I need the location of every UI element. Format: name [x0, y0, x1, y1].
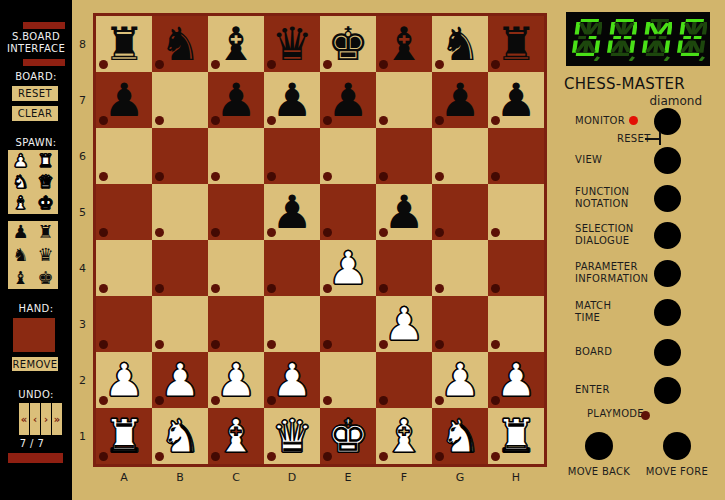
square-f6[interactable] [376, 128, 432, 184]
square-g3[interactable] [432, 296, 488, 352]
square-h6[interactable] [488, 128, 544, 184]
move-back-button[interactable] [585, 432, 613, 460]
segment-char-A [605, 17, 637, 61]
rank-label-2: 2 [73, 352, 92, 408]
square-a2[interactable]: ♟ [96, 352, 152, 408]
square-d7[interactable]: ♟ [264, 72, 320, 128]
sidebar-title-line2: INTERFACE [0, 43, 72, 54]
monitor-led [629, 116, 638, 125]
file-label-c: C [208, 471, 264, 484]
square-c6[interactable] [208, 128, 264, 184]
square-f7[interactable] [376, 72, 432, 128]
square-sensor-dot [267, 284, 276, 293]
square-sensor-dot [211, 116, 220, 125]
square-sensor-dot [99, 116, 108, 125]
file-label-g: G [432, 471, 488, 484]
monitor-button[interactable] [654, 108, 681, 135]
spawn-white-knight[interactable]: ♞ [8, 171, 33, 192]
square-sensor-dot [491, 172, 500, 181]
undo-section-label: UNDO: [0, 389, 72, 400]
hand-section-label: HAND: [0, 303, 72, 314]
spawn-white-rook[interactable]: ♜ [33, 150, 58, 171]
chess-board: ♜♞♝♛♚♝♞♜♟♟♟♟♟♟♟♟♟♟♟♟♟♟♟♟♜♞♝♛♚♝♞♜ [93, 13, 547, 467]
square-b4[interactable] [152, 240, 208, 296]
square-sensor-dot [99, 452, 108, 461]
square-sensor-dot [323, 228, 332, 237]
board-clear-button[interactable]: CLEAR [12, 106, 58, 121]
square-h8[interactable]: ♜ [488, 16, 544, 72]
square-d3[interactable] [264, 296, 320, 352]
square-sensor-dot [491, 284, 500, 293]
square-sensor-dot [267, 452, 276, 461]
rank-label-8: 8 [73, 16, 92, 72]
square-g8[interactable]: ♞ [432, 16, 488, 72]
spawn-white-king[interactable]: ♚ [33, 193, 58, 214]
panel-row-function: FUNCTIONNOTATION [575, 184, 705, 212]
square-f3[interactable]: ♟ [376, 296, 432, 352]
file-labels: ABCDEFGH [96, 471, 544, 484]
spawn-section-label: SPAWN: [0, 137, 72, 148]
redo-forward-button[interactable]: › [41, 403, 51, 435]
square-f4[interactable] [376, 240, 432, 296]
square-g6[interactable] [432, 128, 488, 184]
square-sensor-dot [99, 60, 108, 69]
square-h5[interactable] [488, 184, 544, 240]
square-b2[interactable]: ♟ [152, 352, 208, 408]
square-sensor-dot [435, 396, 444, 405]
square-sensor-dot [491, 60, 500, 69]
reset-pointer-line [645, 138, 659, 140]
square-sensor-dot [267, 340, 276, 349]
parameter-information-button[interactable] [654, 260, 681, 287]
board-section-label: BOARD: [0, 71, 72, 82]
sidebar-title-line1: S.BOARD [0, 31, 72, 42]
file-label-e: E [320, 471, 376, 484]
sensor-board-sidebar: S.BOARD INTERFACE BOARD: RESET CLEAR SPA… [0, 0, 72, 500]
square-sensor-dot [323, 284, 332, 293]
square-b6[interactable] [152, 128, 208, 184]
playmode-led [641, 411, 650, 420]
square-e3[interactable] [320, 296, 376, 352]
move-back-label: MOVE BACK [567, 466, 631, 477]
square-e5[interactable] [320, 184, 376, 240]
square-sensor-dot [267, 172, 276, 181]
square-e7[interactable]: ♟ [320, 72, 376, 128]
square-f5[interactable]: ♟ [376, 184, 432, 240]
square-f8[interactable]: ♝ [376, 16, 432, 72]
square-sensor-dot [379, 340, 388, 349]
square-sensor-dot [491, 340, 500, 349]
square-d2[interactable]: ♟ [264, 352, 320, 408]
square-b3[interactable] [152, 296, 208, 352]
square-g7[interactable]: ♟ [432, 72, 488, 128]
square-c8[interactable]: ♝ [208, 16, 264, 72]
square-e4[interactable]: ♟ [320, 240, 376, 296]
segment-char-G [570, 17, 602, 61]
square-sensor-dot [211, 452, 220, 461]
board-reset-button[interactable]: RESET [12, 86, 58, 101]
spawn-black-knight[interactable]: ♞ [8, 244, 33, 267]
led-segment-display [566, 12, 710, 66]
square-sensor-dot [379, 452, 388, 461]
square-sensor-dot [379, 284, 388, 293]
square-e6[interactable] [320, 128, 376, 184]
redo-last-button[interactable]: » [52, 403, 62, 435]
square-sensor-dot [267, 396, 276, 405]
move-fore-button[interactable] [663, 432, 691, 460]
chess-computer-ui: S.BOARD INTERFACE BOARD: RESET CLEAR SPA… [0, 0, 725, 500]
segment-char-E [675, 17, 707, 61]
spawn-black-king[interactable]: ♚ [33, 266, 58, 289]
square-g2[interactable]: ♟ [432, 352, 488, 408]
square-a1[interactable]: ♜ [96, 408, 152, 464]
function-notation-button[interactable] [654, 185, 681, 212]
panel-row-match: MATCHTIME [575, 298, 705, 326]
square-h4[interactable] [488, 240, 544, 296]
square-d5[interactable]: ♟ [264, 184, 320, 240]
panel-row-parameter: PARAMETERINFORMATION [575, 259, 705, 287]
square-sensor-dot [99, 172, 108, 181]
undo-first-button[interactable]: « [19, 403, 29, 435]
panel-row-view: VIEW [575, 146, 705, 174]
reset-pointer-tick [659, 132, 661, 145]
square-sensor-dot [435, 228, 444, 237]
square-sensor-dot [155, 284, 164, 293]
square-a6[interactable] [96, 128, 152, 184]
panel-row-board: BOARD [575, 338, 705, 366]
square-f1[interactable]: ♝ [376, 408, 432, 464]
square-d1[interactable]: ♛ [264, 408, 320, 464]
square-b1[interactable]: ♞ [152, 408, 208, 464]
square-g4[interactable] [432, 240, 488, 296]
spawn-panel-white: ♟♜♞♛♝♚ [8, 150, 58, 214]
square-sensor-dot [155, 60, 164, 69]
sidebar-divider-2 [23, 59, 65, 66]
spawn-black-queen[interactable]: ♛ [33, 244, 58, 267]
file-label-d: D [264, 471, 320, 484]
square-sensor-dot [323, 396, 332, 405]
square-sensor-dot [211, 284, 220, 293]
rank-labels: 87654321 [73, 16, 92, 464]
square-sensor-dot [379, 60, 388, 69]
view-button[interactable] [654, 147, 681, 174]
square-h1[interactable]: ♜ [488, 408, 544, 464]
square-d8[interactable]: ♛ [264, 16, 320, 72]
move-fore-label: MOVE FORE [645, 466, 709, 477]
playmode-label: PLAYMODE [587, 408, 644, 419]
square-a4[interactable] [96, 240, 152, 296]
square-sensor-dot [491, 116, 500, 125]
square-sensor-dot [379, 172, 388, 181]
rank-label-6: 6 [73, 128, 92, 184]
segment-char-M [640, 17, 672, 61]
square-sensor-dot [435, 172, 444, 181]
square-d6[interactable] [264, 128, 320, 184]
panel-label-selection: SELECTIONDIALOGUE [575, 221, 634, 249]
panel-label-function: FUNCTIONNOTATION [575, 184, 629, 212]
square-sensor-dot [155, 228, 164, 237]
square-sensor-dot [99, 340, 108, 349]
square-e8[interactable]: ♚ [320, 16, 376, 72]
spawn-black-rook[interactable]: ♜ [33, 221, 58, 244]
file-label-b: B [152, 471, 208, 484]
square-sensor-dot [211, 396, 220, 405]
square-b5[interactable] [152, 184, 208, 240]
square-sensor-dot [435, 284, 444, 293]
square-sensor-dot [99, 396, 108, 405]
square-sensor-dot [267, 116, 276, 125]
square-sensor-dot [267, 60, 276, 69]
square-h2[interactable]: ♟ [488, 352, 544, 408]
square-sensor-dot [155, 172, 164, 181]
square-c2[interactable]: ♟ [208, 352, 264, 408]
rank-label-4: 4 [73, 240, 92, 296]
rank-label-1: 1 [73, 408, 92, 464]
brand-label: CHESS-MASTER [564, 75, 685, 93]
spawn-black-bishop[interactable]: ♝ [8, 266, 33, 289]
square-b8[interactable]: ♞ [152, 16, 208, 72]
square-sensor-dot [491, 228, 500, 237]
enter-button[interactable] [654, 377, 681, 404]
square-sensor-dot [99, 284, 108, 293]
square-h3[interactable] [488, 296, 544, 352]
undo-counter: 7 / 7 [0, 438, 64, 449]
square-sensor-dot [211, 340, 220, 349]
square-sensor-dot [211, 172, 220, 181]
square-sensor-dot [379, 396, 388, 405]
square-sensor-dot [323, 116, 332, 125]
panel-label-parameter: PARAMETERINFORMATION [575, 259, 648, 287]
spawn-white-queen[interactable]: ♛ [33, 171, 58, 192]
panel-label-view: VIEW [575, 146, 602, 174]
file-label-f: F [376, 471, 432, 484]
square-sensor-dot [323, 60, 332, 69]
square-sensor-dot [155, 452, 164, 461]
square-sensor-dot [99, 228, 108, 237]
square-sensor-dot [211, 60, 220, 69]
match-time-button[interactable] [654, 299, 681, 326]
spawn-white-pawn[interactable]: ♟ [8, 150, 33, 171]
sidebar-divider-bottom [8, 453, 63, 463]
square-c5[interactable] [208, 184, 264, 240]
square-sensor-dot [491, 396, 500, 405]
rank-label-5: 5 [73, 184, 92, 240]
square-sensor-dot [155, 340, 164, 349]
square-sensor-dot [267, 228, 276, 237]
spawn-white-bishop[interactable]: ♝ [8, 193, 33, 214]
rank-label-3: 3 [73, 296, 92, 352]
panel-row-selection: SELECTIONDIALOGUE [575, 221, 705, 249]
panel-label-enter: ENTER [575, 376, 610, 404]
square-e2[interactable] [320, 352, 376, 408]
spawn-black-pawn[interactable]: ♟ [8, 221, 33, 244]
square-sensor-dot [211, 228, 220, 237]
square-sensor-dot [435, 60, 444, 69]
undo-controls: « ‹ › » [19, 403, 62, 435]
square-d4[interactable] [264, 240, 320, 296]
square-c1[interactable]: ♝ [208, 408, 264, 464]
undo-back-button[interactable]: ‹ [30, 403, 40, 435]
square-a8[interactable]: ♜ [96, 16, 152, 72]
model-label: diamond [630, 94, 702, 108]
square-sensor-dot [155, 116, 164, 125]
square-g1[interactable]: ♞ [432, 408, 488, 464]
file-label-h: H [488, 471, 544, 484]
square-sensor-dot [323, 452, 332, 461]
square-a7[interactable]: ♟ [96, 72, 152, 128]
panel-label-match: MATCHTIME [575, 298, 611, 326]
square-g5[interactable] [432, 184, 488, 240]
square-a3[interactable] [96, 296, 152, 352]
panel-label-monitor: MONITOR [575, 107, 625, 135]
square-sensor-dot [155, 396, 164, 405]
selection-dialogue-button[interactable] [654, 222, 681, 249]
square-h7[interactable]: ♟ [488, 72, 544, 128]
hand-remove-button[interactable]: REMOVE [12, 357, 58, 371]
square-c3[interactable] [208, 296, 264, 352]
hand-slot[interactable] [13, 318, 55, 352]
square-sensor-dot [435, 340, 444, 349]
board-grid: ♜♞♝♛♚♝♞♜♟♟♟♟♟♟♟♟♟♟♟♟♟♟♟♟♜♞♝♛♚♝♞♜ [96, 16, 544, 464]
board-button[interactable] [654, 339, 681, 366]
rank-label-7: 7 [73, 72, 92, 128]
square-sensor-dot [323, 340, 332, 349]
file-label-a: A [96, 471, 152, 484]
square-sensor-dot [435, 452, 444, 461]
square-sensor-dot [379, 116, 388, 125]
square-sensor-dot [323, 172, 332, 181]
square-e1[interactable]: ♚ [320, 408, 376, 464]
square-b7[interactable] [152, 72, 208, 128]
square-sensor-dot [379, 228, 388, 237]
square-sensor-dot [435, 116, 444, 125]
square-a5[interactable] [96, 184, 152, 240]
square-c4[interactable] [208, 240, 264, 296]
sidebar-divider-top [23, 22, 65, 29]
panel-row-monitor: MONITOR [575, 107, 705, 135]
square-f2[interactable] [376, 352, 432, 408]
panel-row-enter: ENTER [575, 376, 705, 404]
square-sensor-dot [491, 452, 500, 461]
spawn-panel-black: ♟♜♞♛♝♚ [8, 221, 58, 289]
square-c7[interactable]: ♟ [208, 72, 264, 128]
panel-label-board: BOARD [575, 338, 612, 366]
